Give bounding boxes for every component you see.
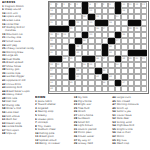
cell-number: 17 [50, 15, 53, 17]
clue-item: 17 Wading bird of marshes [2, 26, 35, 33]
clue-number: 15 [2, 19, 6, 22]
clue-number: 7 [35, 121, 38, 124]
clue-number: 61 [2, 118, 6, 121]
clue-number: 34 [2, 58, 6, 61]
clue-number: 37 [2, 65, 6, 68]
cell-number: 20 [116, 15, 119, 17]
clue-number: 45 [112, 100, 116, 103]
clue-number: 42 [2, 83, 6, 86]
cell-number: 10 [122, 3, 125, 5]
clue-number: 49 [112, 107, 116, 110]
cell-number: 24 [109, 21, 112, 23]
cell-number: 68 [50, 87, 53, 89]
cell-number: 15 [90, 9, 93, 11]
clue-number: 12 [35, 139, 39, 142]
cell-number: 32 [63, 33, 66, 35]
cell-number: 46 [96, 57, 99, 59]
clue-number: 39 [74, 142, 78, 145]
cell-number: 3 [63, 3, 64, 5]
clue-number: 52 [112, 117, 116, 120]
across-clue-list: 1 Fragrant bloom6 Sheep sound10 Corn uni… [2, 5, 35, 136]
cell-number: 2 [57, 3, 58, 5]
cell-number: 13 [142, 3, 145, 5]
clue-number: 22 [2, 40, 6, 43]
clue-number: 35 [2, 61, 6, 64]
cell-number: 25 [70, 27, 73, 29]
clue-item: 25 Chewy caramel candy [2, 47, 35, 50]
clue-number: 17 [2, 26, 6, 29]
cell-number: 12 [136, 3, 139, 5]
clue-number: 19 [2, 33, 6, 36]
cell-number: 60 [50, 75, 53, 77]
cell-number: 37 [116, 39, 119, 41]
clue-item: 68 Slips up [2, 132, 35, 135]
clue-item: 66 Mesh trap [112, 142, 148, 145]
cell-number: 47 [103, 57, 106, 59]
cell-number: 65 [70, 81, 73, 83]
cell-number: 9 [109, 3, 110, 5]
clue-number: 47 [112, 103, 116, 106]
clue-number: 4 [35, 110, 38, 113]
cell-number: 27 [103, 27, 106, 29]
clue-number: 52 [2, 100, 6, 103]
clue-number: 20 [74, 100, 78, 103]
grid-cell [69, 86, 76, 92]
cell-number: 5 [76, 3, 77, 5]
clue-number: 58 [2, 107, 6, 110]
clue-number: 33 [2, 54, 6, 57]
clue-number: 66 [112, 142, 116, 145]
clue-number: 43 [2, 86, 6, 89]
clue-number: 24 [2, 44, 6, 47]
down-clue-list: 1 Jeans fabric2 Toward shelter3 Angered4… [35, 96, 148, 148]
clue-number: 29 [74, 121, 78, 124]
clue-item: 13 Being, to Caesar [35, 142, 71, 145]
clue-number: 62 [112, 135, 116, 138]
clue-number: 25 [74, 107, 78, 110]
cell-number: 30 [50, 33, 53, 35]
clue-number: 36 [74, 135, 78, 138]
clue-number: 55 [112, 128, 116, 131]
cell-number: 18 [83, 15, 86, 17]
clue-number: 51 [112, 114, 116, 117]
clue-number: 38 [2, 68, 6, 71]
clue-item: 39 Grassy field [74, 142, 110, 145]
cell-number: 59 [103, 69, 106, 71]
cell-number: 19 [96, 15, 99, 17]
cell-number: 34 [122, 33, 125, 35]
cell-number: 8 [103, 3, 104, 5]
clue-number: 23 [74, 103, 78, 106]
cell-number: 21 [50, 21, 53, 23]
down-header: DOWN [35, 96, 71, 99]
cell-number: 1 [50, 3, 51, 5]
clue-number: 10 [2, 12, 6, 15]
cell-number: 6 [90, 3, 91, 5]
cell-number: 7 [96, 3, 97, 5]
clue-number: 40 [112, 96, 116, 99]
clue-number: 6 [2, 8, 5, 11]
clue-number: 25 [2, 47, 6, 50]
cell-number: 61 [76, 75, 79, 77]
clue-number: 13 [35, 142, 39, 145]
clue-number: 67 [2, 129, 6, 132]
clue-number: 28 [74, 117, 78, 120]
cell-number: 16 [122, 9, 125, 11]
clue-number: 53 [112, 121, 116, 124]
cell-number: 52 [50, 63, 53, 65]
clue-number: 39 [2, 72, 6, 75]
cell-number: 48 [122, 57, 125, 59]
clue-number: 2 [35, 103, 38, 106]
clue-number: 41 [2, 79, 6, 82]
cell-number: 64 [50, 81, 53, 83]
cell-number: 49 [129, 57, 132, 59]
cell-number: 45 [70, 57, 73, 59]
cell-number: 55 [90, 63, 93, 65]
clue-number: 5 [35, 114, 38, 117]
cell-number: 44 [63, 57, 66, 59]
cell-number: 40 [109, 45, 112, 47]
cell-number: 31 [57, 33, 60, 35]
clue-number: 27 [74, 114, 78, 117]
clue-number: 9 [35, 128, 38, 131]
cell-number: 57 [50, 69, 53, 71]
cell-number: 43 [109, 51, 112, 53]
cell-number: 41 [50, 51, 53, 53]
clue-number: 30 [2, 51, 6, 54]
cell-number: 66 [103, 81, 106, 83]
crossword-grid: 1234567891011121314151617181920212223242… [48, 1, 149, 94]
clue-number: 10 [35, 132, 39, 135]
cell-number: 67 [122, 81, 125, 83]
grid-cell [121, 86, 128, 92]
clue-number: 18 [74, 96, 78, 99]
clue-number: 11 [35, 135, 39, 138]
cell-number: 39 [76, 45, 79, 47]
cell-number: 4 [70, 3, 71, 5]
cell-number: 22 [76, 21, 79, 23]
cell-number: 56 [116, 63, 119, 65]
cell-number: 29 [136, 27, 139, 29]
cell-number: 50 [136, 57, 139, 59]
cell-number: 33 [90, 33, 93, 35]
cell-number: 58 [76, 69, 79, 71]
clue-number: 21 [2, 36, 6, 39]
clue-number: 59 [2, 111, 6, 114]
grid-cell [141, 86, 148, 92]
clue-number: 40 [2, 75, 6, 78]
cell-number: 28 [129, 27, 132, 29]
cell-number: 63 [109, 75, 112, 77]
clue-number: 56 [112, 131, 116, 134]
clue-number: 1 [35, 100, 38, 103]
down-clue-columns: DOWN 1 Jeans fabric2 Toward shelter3 Ang… [35, 96, 148, 148]
clue-number: 14 [2, 15, 6, 18]
cell-number: 53 [57, 63, 60, 65]
clue-number: 50 [112, 110, 116, 113]
clue-number: 68 [2, 132, 6, 135]
cell-number: 23 [90, 21, 93, 23]
clue-number: 31 [74, 128, 78, 131]
clue-number: 6 [35, 118, 38, 121]
clue-number: 30 [74, 124, 78, 127]
cell-number: 54 [83, 63, 86, 65]
cell-number: 14 [50, 9, 53, 11]
clue-number: 48 [2, 97, 6, 100]
cell-number: 62 [96, 75, 99, 77]
cell-number: 36 [83, 39, 86, 41]
clue-number: 26 [74, 110, 78, 113]
cell-number: 35 [50, 39, 53, 41]
clue-number: 3 [35, 107, 38, 110]
clue-number: 1 [2, 5, 5, 8]
clue-number: 44 [2, 90, 6, 93]
clue-number: 57 [2, 104, 6, 107]
clue-number: 16 [2, 23, 6, 26]
clue-number: 65 [112, 139, 116, 142]
across-header: ACROSS [2, 1, 35, 4]
cell-number: 42 [76, 51, 79, 53]
cell-number: 11 [129, 3, 132, 5]
clue-number: 37 [74, 139, 78, 142]
clue-number: 54 [112, 124, 116, 127]
clue-number: 64 [2, 125, 6, 128]
clue-number: 32 [74, 131, 78, 134]
clue-number: 60 [2, 115, 6, 118]
cell-number: 51 [142, 57, 145, 59]
grid-cell [95, 86, 102, 92]
cell-number: 38 [50, 45, 53, 47]
clue-number: 8 [35, 125, 38, 128]
clue-number: 63 [2, 122, 6, 125]
across-clue-column: ACROSS 1 Fragrant bloom6 Sheep sound10 C… [2, 1, 35, 148]
cell-number: 26 [96, 27, 99, 29]
clue-number: 46 [2, 93, 6, 96]
